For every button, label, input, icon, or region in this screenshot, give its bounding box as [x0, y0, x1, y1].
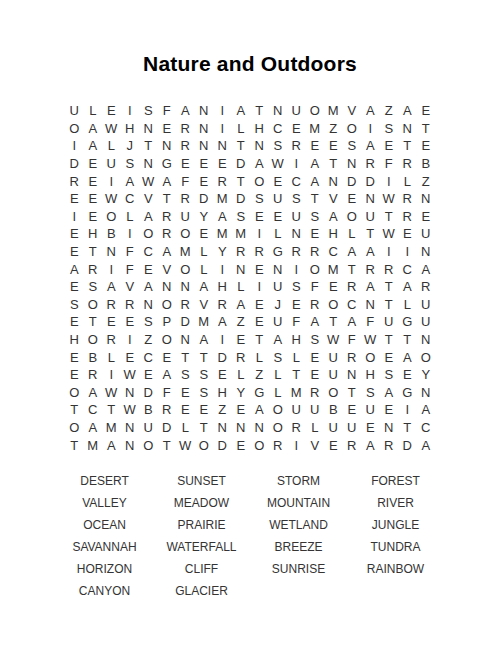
grid-cell[interactable]: T	[139, 137, 158, 155]
grid-cell[interactable]: E	[65, 243, 84, 261]
grid-cell[interactable]: S	[269, 137, 288, 155]
grid-cell[interactable]: E	[269, 208, 288, 226]
grid-cell[interactable]: O	[139, 436, 158, 454]
grid-cell[interactable]: A	[176, 102, 195, 120]
grid-cell[interactable]: Y	[232, 384, 251, 402]
grid-cell[interactable]: W	[102, 384, 121, 402]
grid-cell[interactable]: W	[102, 120, 121, 138]
grid-cell[interactable]: U	[306, 401, 325, 419]
grid-cell[interactable]: A	[380, 384, 399, 402]
grid-cell[interactable]: O	[84, 331, 103, 349]
grid-cell[interactable]: E	[65, 313, 84, 331]
grid-cell[interactable]: O	[250, 172, 269, 190]
grid-cell[interactable]: O	[361, 348, 380, 366]
grid-cell[interactable]: O	[306, 260, 325, 278]
grid-cell[interactable]: E	[65, 278, 84, 296]
grid-cell[interactable]: I	[287, 260, 306, 278]
grid-cell[interactable]: I	[121, 331, 140, 349]
grid-cell[interactable]: A	[195, 278, 214, 296]
grid-cell[interactable]: U	[269, 313, 288, 331]
grid-cell[interactable]: M	[102, 419, 121, 437]
grid-cell[interactable]: I	[213, 260, 232, 278]
grid-cell[interactable]: R	[306, 243, 325, 261]
grid-cell[interactable]: E	[102, 102, 121, 120]
grid-cell[interactable]: A	[361, 243, 380, 261]
grid-cell[interactable]: U	[269, 278, 288, 296]
grid-cell[interactable]: R	[84, 366, 103, 384]
grid-cell[interactable]: R	[102, 296, 121, 314]
grid-cell[interactable]: U	[287, 401, 306, 419]
grid-cell[interactable]: A	[84, 419, 103, 437]
grid-cell[interactable]: O	[306, 102, 325, 120]
grid-cell[interactable]: S	[84, 278, 103, 296]
grid-cell[interactable]: H	[250, 120, 269, 138]
grid-cell[interactable]: O	[343, 120, 362, 138]
grid-cell[interactable]: W	[324, 331, 343, 349]
grid-cell[interactable]: M	[287, 384, 306, 402]
grid-cell[interactable]: S	[361, 384, 380, 402]
grid-cell[interactable]: D	[232, 155, 251, 173]
grid-cell[interactable]: U	[269, 190, 288, 208]
grid-cell[interactable]: A	[213, 208, 232, 226]
grid-cell[interactable]: A	[84, 120, 103, 138]
grid-cell[interactable]: A	[269, 331, 288, 349]
grid-cell[interactable]: T	[287, 366, 306, 384]
grid-cell[interactable]: W	[121, 366, 140, 384]
grid-cell[interactable]: L	[250, 348, 269, 366]
grid-cell[interactable]: M	[324, 260, 343, 278]
grid-cell[interactable]: E	[102, 313, 121, 331]
grid-cell[interactable]: N	[417, 331, 436, 349]
grid-cell[interactable]: I	[287, 155, 306, 173]
grid-cell[interactable]: A	[306, 155, 325, 173]
grid-cell[interactable]: T	[84, 243, 103, 261]
grid-cell[interactable]: A	[306, 172, 325, 190]
grid-cell[interactable]: N	[195, 102, 214, 120]
grid-cell[interactable]: M	[195, 313, 214, 331]
grid-cell[interactable]: E	[65, 348, 84, 366]
grid-cell[interactable]: C	[343, 296, 362, 314]
grid-cell[interactable]: E	[306, 137, 325, 155]
grid-cell[interactable]: R	[287, 419, 306, 437]
grid-cell[interactable]: E	[343, 190, 362, 208]
grid-cell[interactable]: F	[121, 260, 140, 278]
grid-cell[interactable]: E	[269, 172, 288, 190]
grid-cell[interactable]: E	[213, 155, 232, 173]
grid-cell[interactable]: L	[102, 348, 121, 366]
grid-cell[interactable]: M	[232, 225, 251, 243]
grid-cell[interactable]: E	[343, 401, 362, 419]
grid-cell[interactable]: A	[232, 296, 251, 314]
grid-cell[interactable]: T	[158, 436, 177, 454]
grid-cell[interactable]: C	[324, 243, 343, 261]
grid-cell[interactable]: J	[121, 137, 140, 155]
grid-cell[interactable]: A	[195, 331, 214, 349]
grid-cell[interactable]: N	[250, 137, 269, 155]
grid-cell[interactable]: O	[250, 436, 269, 454]
grid-cell[interactable]: A	[121, 172, 140, 190]
grid-cell[interactable]: U	[287, 102, 306, 120]
grid-cell[interactable]: N	[139, 120, 158, 138]
grid-cell[interactable]: O	[269, 419, 288, 437]
grid-cell[interactable]: T	[176, 348, 195, 366]
grid-cell[interactable]: C	[84, 401, 103, 419]
grid-cell[interactable]: N	[232, 419, 251, 437]
grid-cell[interactable]: N	[121, 436, 140, 454]
grid-cell[interactable]: N	[343, 366, 362, 384]
grid-cell[interactable]: L	[287, 348, 306, 366]
grid-cell[interactable]: E	[306, 366, 325, 384]
grid-cell[interactable]: T	[158, 190, 177, 208]
grid-cell[interactable]: G	[250, 384, 269, 402]
grid-cell[interactable]: T	[195, 419, 214, 437]
grid-cell[interactable]: C	[139, 243, 158, 261]
grid-cell[interactable]: R	[121, 296, 140, 314]
grid-cell[interactable]: F	[380, 155, 399, 173]
grid-cell[interactable]: E	[195, 172, 214, 190]
grid-cell[interactable]: E	[195, 225, 214, 243]
grid-cell[interactable]: R	[250, 243, 269, 261]
grid-cell[interactable]: A	[84, 384, 103, 402]
grid-cell[interactable]: R	[306, 296, 325, 314]
grid-cell[interactable]: U	[324, 348, 343, 366]
grid-cell[interactable]: L	[232, 278, 251, 296]
grid-cell[interactable]: T	[343, 384, 362, 402]
grid-cell[interactable]: G	[398, 313, 417, 331]
grid-cell[interactable]: L	[269, 225, 288, 243]
grid-cell[interactable]: F	[287, 313, 306, 331]
grid-cell[interactable]: R	[398, 208, 417, 226]
grid-cell[interactable]: S	[269, 348, 288, 366]
grid-cell[interactable]: L	[232, 366, 251, 384]
grid-cell[interactable]: R	[343, 348, 362, 366]
grid-cell[interactable]: Z	[250, 366, 269, 384]
grid-cell[interactable]: R	[398, 155, 417, 173]
grid-cell[interactable]: F	[361, 313, 380, 331]
grid-cell[interactable]: E	[139, 260, 158, 278]
grid-cell[interactable]: S	[65, 296, 84, 314]
grid-cell[interactable]: R	[287, 243, 306, 261]
grid-cell[interactable]: E	[84, 172, 103, 190]
grid-cell[interactable]: R	[232, 348, 251, 366]
grid-cell[interactable]: S	[287, 190, 306, 208]
grid-cell[interactable]: R	[176, 296, 195, 314]
grid-cell[interactable]: E	[398, 366, 417, 384]
grid-cell[interactable]: S	[176, 366, 195, 384]
grid-cell[interactable]: I	[213, 331, 232, 349]
grid-cell[interactable]: T	[343, 260, 362, 278]
grid-cell[interactable]: U	[324, 419, 343, 437]
grid-cell[interactable]: O	[102, 208, 121, 226]
grid-cell[interactable]: T	[84, 313, 103, 331]
grid-cell[interactable]: C	[417, 419, 436, 437]
grid-cell[interactable]: C	[121, 190, 140, 208]
grid-cell[interactable]: J	[269, 296, 288, 314]
grid-cell[interactable]: S	[380, 120, 399, 138]
grid-cell[interactable]: E	[139, 366, 158, 384]
grid-cell[interactable]: A	[398, 348, 417, 366]
grid-cell[interactable]: R	[306, 384, 325, 402]
grid-cell[interactable]: F	[121, 243, 140, 261]
grid-cell[interactable]: T	[250, 331, 269, 349]
grid-cell[interactable]: C	[139, 348, 158, 366]
grid-cell[interactable]: S	[232, 208, 251, 226]
grid-cell[interactable]: D	[195, 190, 214, 208]
grid-cell[interactable]: D	[158, 419, 177, 437]
grid-cell[interactable]: R	[380, 260, 399, 278]
grid-cell[interactable]: S	[139, 102, 158, 120]
grid-cell[interactable]: U	[139, 419, 158, 437]
grid-cell[interactable]: N	[139, 155, 158, 173]
grid-cell[interactable]: N	[250, 419, 269, 437]
grid-cell[interactable]: N	[398, 120, 417, 138]
grid-cell[interactable]: E	[232, 436, 251, 454]
grid-cell[interactable]: T	[398, 331, 417, 349]
grid-cell[interactable]: W	[139, 172, 158, 190]
grid-cell[interactable]: E	[65, 190, 84, 208]
grid-cell[interactable]: N	[121, 384, 140, 402]
grid-cell[interactable]: O	[158, 296, 177, 314]
grid-cell[interactable]: Z	[213, 401, 232, 419]
grid-cell[interactable]: N	[361, 190, 380, 208]
grid-cell[interactable]: T	[417, 120, 436, 138]
grid-cell[interactable]: U	[417, 313, 436, 331]
grid-cell[interactable]: L	[84, 102, 103, 120]
grid-cell[interactable]: S	[195, 384, 214, 402]
grid-cell[interactable]: I	[380, 243, 399, 261]
grid-cell[interactable]: L	[176, 419, 195, 437]
grid-cell[interactable]: C	[269, 120, 288, 138]
grid-cell[interactable]: W	[121, 401, 140, 419]
grid-cell[interactable]: U	[380, 313, 399, 331]
grid-cell[interactable]: R	[158, 401, 177, 419]
grid-cell[interactable]: E	[287, 296, 306, 314]
grid-cell[interactable]: U	[417, 296, 436, 314]
grid-cell[interactable]: H	[213, 278, 232, 296]
grid-cell[interactable]: R	[158, 208, 177, 226]
grid-cell[interactable]: R	[417, 278, 436, 296]
grid-cell[interactable]: N	[195, 137, 214, 155]
grid-cell[interactable]: N	[139, 296, 158, 314]
grid-cell[interactable]: B	[139, 401, 158, 419]
grid-cell[interactable]: I	[121, 102, 140, 120]
grid-cell[interactable]: E	[398, 225, 417, 243]
grid-cell[interactable]: H	[361, 366, 380, 384]
grid-cell[interactable]: U	[287, 208, 306, 226]
grid-cell[interactable]: E	[65, 366, 84, 384]
grid-cell[interactable]: H	[121, 120, 140, 138]
grid-cell[interactable]: N	[269, 260, 288, 278]
grid-cell[interactable]: S	[121, 155, 140, 173]
grid-cell[interactable]: S	[306, 208, 325, 226]
grid-cell[interactable]: Y	[195, 208, 214, 226]
grid-cell[interactable]: A	[102, 278, 121, 296]
grid-cell[interactable]: L	[102, 137, 121, 155]
grid-cell[interactable]: U	[361, 208, 380, 226]
grid-cell[interactable]: R	[232, 243, 251, 261]
grid-cell[interactable]: H	[65, 331, 84, 349]
grid-cell[interactable]: A	[250, 155, 269, 173]
grid-cell[interactable]: T	[324, 155, 343, 173]
grid-cell[interactable]: D	[361, 172, 380, 190]
grid-cell[interactable]: E	[306, 348, 325, 366]
grid-cell[interactable]: E	[417, 137, 436, 155]
grid-cell[interactable]: A	[139, 208, 158, 226]
grid-cell[interactable]: T	[65, 401, 84, 419]
grid-cell[interactable]: E	[158, 348, 177, 366]
grid-cell[interactable]: N	[287, 225, 306, 243]
grid-cell[interactable]: I	[398, 401, 417, 419]
grid-cell[interactable]: C	[287, 172, 306, 190]
grid-cell[interactable]: Y	[417, 366, 436, 384]
grid-cell[interactable]: N	[176, 331, 195, 349]
grid-cell[interactable]: V	[324, 190, 343, 208]
grid-cell[interactable]: M	[324, 102, 343, 120]
grid-cell[interactable]: U	[65, 102, 84, 120]
grid-cell[interactable]: M	[176, 243, 195, 261]
grid-cell[interactable]: N	[232, 260, 251, 278]
grid-cell[interactable]: F	[158, 102, 177, 120]
grid-cell[interactable]: T	[398, 419, 417, 437]
grid-cell[interactable]: N	[324, 172, 343, 190]
grid-cell[interactable]: E	[287, 120, 306, 138]
grid-cell[interactable]: I	[65, 137, 84, 155]
grid-cell[interactable]: I	[287, 436, 306, 454]
grid-cell[interactable]: L	[195, 243, 214, 261]
grid-cell[interactable]: Z	[324, 120, 343, 138]
grid-cell[interactable]: E	[324, 137, 343, 155]
grid-cell[interactable]: W	[380, 190, 399, 208]
grid-cell[interactable]: U	[361, 401, 380, 419]
grid-cell[interactable]: E	[232, 401, 251, 419]
grid-cell[interactable]: S	[250, 190, 269, 208]
grid-cell[interactable]: B	[417, 155, 436, 173]
grid-cell[interactable]: U	[324, 366, 343, 384]
grid-cell[interactable]: S	[139, 313, 158, 331]
grid-cell[interactable]: R	[102, 331, 121, 349]
grid-cell[interactable]: E	[250, 208, 269, 226]
grid-cell[interactable]: O	[343, 208, 362, 226]
grid-cell[interactable]: S	[306, 331, 325, 349]
grid-cell[interactable]: I	[361, 120, 380, 138]
grid-cell[interactable]: A	[398, 102, 417, 120]
grid-cell[interactable]: O	[176, 260, 195, 278]
grid-cell[interactable]: S	[380, 366, 399, 384]
grid-cell[interactable]: E	[195, 401, 214, 419]
grid-cell[interactable]: R	[361, 260, 380, 278]
grid-cell[interactable]: A	[213, 313, 232, 331]
grid-cell[interactable]: A	[158, 172, 177, 190]
grid-cell[interactable]: S	[343, 137, 362, 155]
grid-cell[interactable]: L	[232, 120, 251, 138]
grid-cell[interactable]: E	[380, 401, 399, 419]
grid-cell[interactable]: A	[343, 243, 362, 261]
grid-cell[interactable]: I	[213, 102, 232, 120]
grid-cell[interactable]: N	[380, 419, 399, 437]
grid-cell[interactable]: Z	[380, 102, 399, 120]
grid-cell[interactable]: V	[343, 102, 362, 120]
grid-cell[interactable]: E	[361, 419, 380, 437]
grid-cell[interactable]: A	[65, 260, 84, 278]
grid-cell[interactable]: B	[102, 225, 121, 243]
grid-cell[interactable]: E	[250, 260, 269, 278]
grid-cell[interactable]: E	[417, 208, 436, 226]
grid-cell[interactable]: Y	[213, 243, 232, 261]
grid-cell[interactable]: I	[102, 366, 121, 384]
grid-cell[interactable]: E	[195, 155, 214, 173]
grid-cell[interactable]: O	[324, 384, 343, 402]
grid-cell[interactable]: O	[417, 348, 436, 366]
grid-cell[interactable]: D	[343, 172, 362, 190]
grid-cell[interactable]: P	[158, 313, 177, 331]
grid-cell[interactable]: N	[213, 137, 232, 155]
grid-cell[interactable]: I	[102, 172, 121, 190]
grid-cell[interactable]: A	[343, 313, 362, 331]
grid-cell[interactable]: A	[361, 102, 380, 120]
grid-cell[interactable]: D	[213, 436, 232, 454]
grid-cell[interactable]: O	[269, 401, 288, 419]
grid-cell[interactable]: F	[176, 172, 195, 190]
grid-cell[interactable]: R	[398, 190, 417, 208]
grid-cell[interactable]: A	[250, 401, 269, 419]
grid-cell[interactable]: U	[176, 208, 195, 226]
grid-cell[interactable]: I	[121, 225, 140, 243]
grid-cell[interactable]: O	[195, 436, 214, 454]
grid-cell[interactable]: S	[287, 278, 306, 296]
grid-cell[interactable]: U	[102, 155, 121, 173]
grid-cell[interactable]: L	[121, 208, 140, 226]
grid-cell[interactable]: N	[269, 102, 288, 120]
grid-cell[interactable]: A	[324, 208, 343, 226]
grid-cell[interactable]: R	[380, 436, 399, 454]
grid-cell[interactable]: Z	[232, 313, 251, 331]
grid-cell[interactable]: E	[65, 225, 84, 243]
grid-cell[interactable]: O	[324, 296, 343, 314]
grid-cell[interactable]: U	[417, 225, 436, 243]
grid-cell[interactable]: T	[306, 190, 325, 208]
grid-cell[interactable]: W	[361, 331, 380, 349]
grid-cell[interactable]: E	[380, 348, 399, 366]
grid-cell[interactable]: A	[84, 137, 103, 155]
grid-cell[interactable]: E	[176, 155, 195, 173]
grid-cell[interactable]: G	[398, 384, 417, 402]
grid-cell[interactable]: D	[176, 313, 195, 331]
grid-cell[interactable]: T	[102, 401, 121, 419]
grid-cell[interactable]: L	[343, 225, 362, 243]
grid-cell[interactable]: O	[65, 384, 84, 402]
grid-cell[interactable]: N	[102, 243, 121, 261]
grid-cell[interactable]: N	[417, 190, 436, 208]
grid-cell[interactable]: H	[287, 331, 306, 349]
grid-cell[interactable]: T	[250, 102, 269, 120]
grid-cell[interactable]: R	[84, 260, 103, 278]
grid-cell[interactable]: H	[213, 384, 232, 402]
grid-cell[interactable]: R	[65, 172, 84, 190]
grid-cell[interactable]: L	[269, 384, 288, 402]
grid-cell[interactable]: W	[176, 436, 195, 454]
grid-cell[interactable]: A	[139, 278, 158, 296]
grid-cell[interactable]: D	[139, 384, 158, 402]
grid-cell[interactable]: L	[269, 366, 288, 384]
grid-cell[interactable]: G	[269, 243, 288, 261]
grid-cell[interactable]: V	[121, 278, 140, 296]
grid-cell[interactable]: D	[398, 436, 417, 454]
grid-cell[interactable]: V	[195, 296, 214, 314]
grid-cell[interactable]: R	[158, 225, 177, 243]
grid-cell[interactable]: L	[398, 296, 417, 314]
grid-cell[interactable]: E	[176, 401, 195, 419]
grid-cell[interactable]: R	[269, 436, 288, 454]
